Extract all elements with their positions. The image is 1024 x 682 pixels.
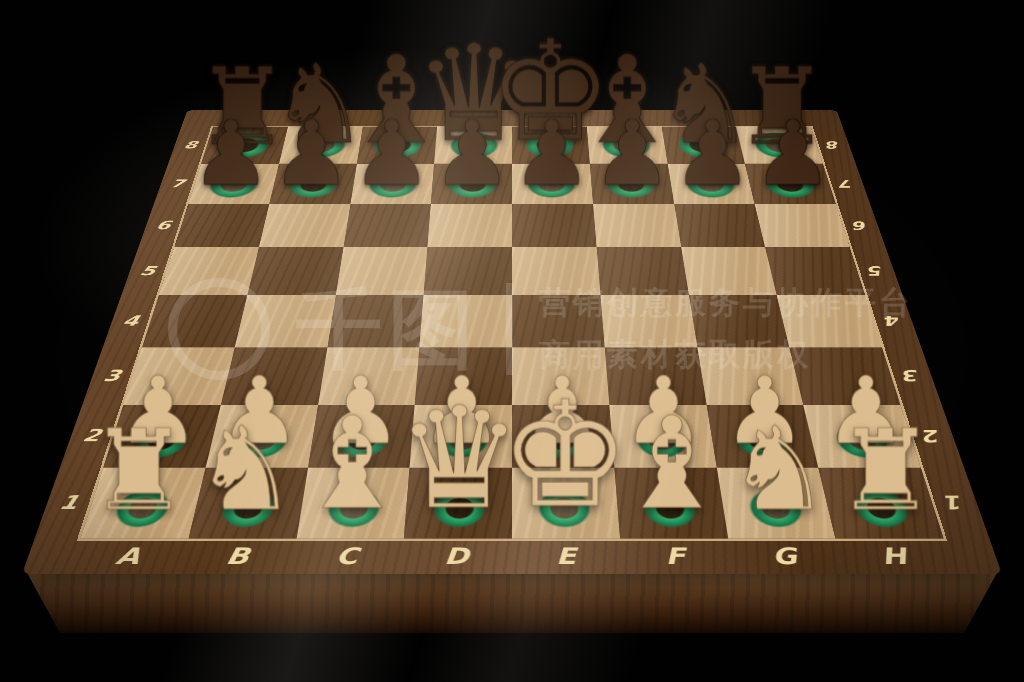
square-b1[interactable]: ♞ — [188, 468, 307, 538]
file-label-a: A — [70, 542, 187, 571]
square-c7[interactable]: ♟ — [350, 164, 434, 204]
square-g5[interactable] — [681, 248, 777, 296]
square-f1[interactable]: ♝ — [614, 468, 728, 538]
file-label-e: E — [512, 542, 623, 571]
black-pawn-b7[interactable]: ♟ — [271, 112, 352, 195]
white-bishop-c1[interactable]: ♝ — [295, 406, 409, 523]
square-g1[interactable]: ♞ — [716, 468, 835, 538]
square-e4[interactable] — [512, 295, 604, 347]
black-pawn-g7[interactable]: ♟ — [672, 112, 753, 195]
square-e6[interactable] — [512, 204, 596, 248]
chess-photo-scene: ABCDEFGH 87654321 87654321 ♜♞♝♛♚♝♞♜♟♟♟♟♟… — [0, 0, 1024, 682]
square-g4[interactable] — [689, 295, 790, 347]
black-pawn-a7[interactable]: ♟ — [191, 112, 272, 195]
square-d1[interactable]: ♛ — [404, 468, 512, 538]
square-d5[interactable] — [424, 248, 512, 296]
square-a4[interactable] — [142, 295, 247, 347]
square-c5[interactable] — [335, 248, 427, 296]
file-labels: ABCDEFGH — [70, 542, 954, 571]
black-pawn-f7[interactable]: ♟ — [592, 112, 673, 195]
square-c1[interactable]: ♝ — [296, 468, 410, 538]
file-label-b: B — [180, 542, 295, 571]
black-pawn-c7[interactable]: ♟ — [351, 112, 432, 195]
file-label-g: G — [728, 542, 843, 571]
chess-board-3d: ABCDEFGH 87654321 87654321 ♜♞♝♛♚♝♞♜♟♟♟♟♟… — [22, 110, 1002, 574]
white-bishop-f1[interactable]: ♝ — [615, 406, 729, 523]
white-knight-g1[interactable]: ♞ — [727, 416, 831, 522]
file-label-c: C — [291, 542, 404, 571]
file-label-h: H — [837, 542, 954, 571]
square-e5[interactable] — [512, 248, 600, 296]
black-pawn-e7[interactable]: ♟ — [512, 112, 593, 195]
square-h1[interactable]: ♜ — [819, 468, 944, 538]
chess-board: ♜♞♝♛♚♝♞♜♟♟♟♟♟♟♟♟♟♟♟♟♟♟♟♟♜♞♝♛♚♝♞♜ — [77, 126, 947, 541]
square-b4[interactable] — [235, 295, 336, 347]
file-label-f: F — [620, 542, 733, 571]
square-g6[interactable] — [674, 204, 765, 248]
square-a5[interactable] — [159, 248, 259, 296]
square-f5[interactable] — [596, 248, 688, 296]
square-a1[interactable]: ♜ — [80, 468, 205, 538]
square-h7[interactable]: ♟ — [745, 164, 836, 204]
square-c4[interactable] — [327, 295, 424, 347]
square-a6[interactable] — [174, 204, 269, 248]
square-g7[interactable]: ♟ — [667, 164, 754, 204]
square-b7[interactable]: ♟ — [269, 164, 356, 204]
board-frame: ABCDEFGH 87654321 87654321 ♜♞♝♛♚♝♞♜♟♟♟♟♟… — [22, 110, 1002, 574]
square-f7[interactable]: ♟ — [590, 164, 674, 204]
square-b5[interactable] — [247, 248, 343, 296]
square-f6[interactable] — [593, 204, 681, 248]
white-queen-d1[interactable]: ♛ — [396, 393, 522, 522]
square-d4[interactable] — [420, 295, 512, 347]
square-h4[interactable] — [777, 295, 882, 347]
square-f4[interactable] — [600, 295, 697, 347]
square-e1[interactable]: ♚ — [512, 468, 620, 538]
square-b6[interactable] — [259, 204, 350, 248]
white-rook-a1[interactable]: ♜ — [89, 420, 189, 523]
file-label-d: D — [401, 542, 512, 571]
square-e7[interactable]: ♟ — [512, 164, 593, 204]
square-d7[interactable]: ♟ — [431, 164, 512, 204]
square-h5[interactable] — [765, 248, 865, 296]
square-d6[interactable] — [428, 204, 512, 248]
white-knight-b1[interactable]: ♞ — [194, 416, 298, 522]
black-pawn-d7[interactable]: ♟ — [432, 112, 513, 195]
square-c6[interactable] — [343, 204, 431, 248]
board-front-edge — [26, 571, 998, 633]
square-h6[interactable] — [755, 204, 850, 248]
square-a7[interactable]: ♟ — [188, 164, 279, 204]
